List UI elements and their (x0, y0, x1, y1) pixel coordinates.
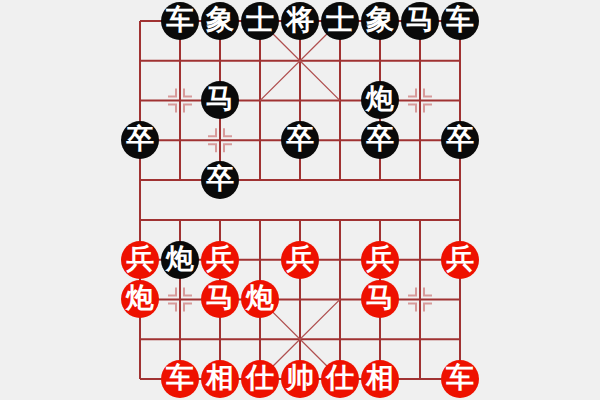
xiangqi-board[interactable]: 车象士将士象马车马炮卒卒卒卒卒炮兵兵兵兵兵炮马炮马车相仕帅仕相车 (0, 0, 600, 400)
piece-black-soldier[interactable]: 卒 (201, 161, 239, 199)
piece-red-advisor[interactable]: 仕 (241, 360, 279, 398)
piece-red-general[interactable]: 帅 (281, 360, 319, 398)
piece-red-elephant[interactable]: 相 (201, 360, 239, 398)
piece-black-soldier[interactable]: 卒 (281, 121, 319, 159)
piece-black-elephant[interactable]: 象 (201, 2, 239, 40)
piece-red-cannon[interactable]: 炮 (241, 280, 279, 318)
board-grid: 车象士将士象马车马炮卒卒卒卒卒炮兵兵兵兵兵炮马炮马车相仕帅仕相车 (120, 1, 480, 399)
piece-red-cannon[interactable]: 炮 (121, 280, 159, 318)
piece-black-horse[interactable]: 马 (201, 81, 239, 119)
piece-red-horse[interactable]: 马 (361, 280, 399, 318)
piece-red-elephant[interactable]: 相 (361, 360, 399, 398)
piece-red-advisor[interactable]: 仕 (321, 360, 359, 398)
piece-black-elephant[interactable]: 象 (361, 2, 399, 40)
piece-black-horse[interactable]: 马 (401, 2, 439, 40)
piece-red-soldier[interactable]: 兵 (281, 241, 319, 279)
piece-black-soldier[interactable]: 卒 (441, 121, 479, 159)
piece-red-chariot[interactable]: 车 (161, 360, 199, 398)
piece-black-cannon[interactable]: 炮 (361, 81, 399, 119)
piece-black-soldier[interactable]: 卒 (121, 121, 159, 159)
piece-red-chariot[interactable]: 车 (441, 360, 479, 398)
piece-black-cannon[interactable]: 炮 (161, 241, 199, 279)
piece-black-general[interactable]: 将 (281, 2, 319, 40)
piece-red-soldier[interactable]: 兵 (441, 241, 479, 279)
piece-black-chariot[interactable]: 车 (441, 2, 479, 40)
piece-black-advisor[interactable]: 士 (321, 2, 359, 40)
piece-black-chariot[interactable]: 车 (161, 2, 199, 40)
piece-black-advisor[interactable]: 士 (241, 2, 279, 40)
piece-red-soldier[interactable]: 兵 (201, 241, 239, 279)
piece-red-horse[interactable]: 马 (201, 280, 239, 318)
piece-red-soldier[interactable]: 兵 (361, 241, 399, 279)
piece-black-soldier[interactable]: 卒 (361, 121, 399, 159)
piece-red-soldier[interactable]: 兵 (121, 241, 159, 279)
